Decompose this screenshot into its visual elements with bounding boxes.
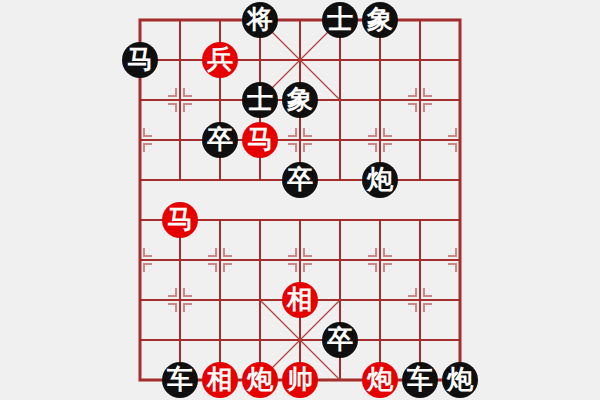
piece-red-horse[interactable]: 马: [242, 122, 278, 158]
piece-red-horse[interactable]: 马: [162, 202, 198, 238]
piece-black-advisor[interactable]: 士: [322, 2, 358, 38]
piece-black-soldier[interactable]: 卒: [322, 322, 358, 358]
piece-red-elephant[interactable]: 相: [282, 282, 318, 318]
piece-black-soldier[interactable]: 卒: [282, 162, 318, 198]
piece-red-elephant[interactable]: 相: [202, 362, 238, 398]
piece-black-cannon[interactable]: 炮: [362, 162, 398, 198]
piece-black-chariot[interactable]: 车: [402, 362, 438, 398]
piece-black-cannon[interactable]: 炮: [442, 362, 478, 398]
piece-black-soldier[interactable]: 卒: [202, 122, 238, 158]
piece-black-horse[interactable]: 马: [122, 42, 158, 78]
piece-red-cannon[interactable]: 炮: [242, 362, 278, 398]
xiangqi-board: 将士象马兵士象卒马卒炮马相卒车相炮帅炮车炮: [0, 0, 600, 400]
piece-red-soldier[interactable]: 兵: [202, 42, 238, 78]
piece-red-general[interactable]: 帅: [282, 362, 318, 398]
piece-black-advisor[interactable]: 士: [242, 82, 278, 118]
piece-black-chariot[interactable]: 车: [162, 362, 198, 398]
piece-red-cannon[interactable]: 炮: [362, 362, 398, 398]
piece-black-elephant[interactable]: 象: [362, 2, 398, 38]
piece-black-general[interactable]: 将: [242, 2, 278, 38]
piece-black-elephant[interactable]: 象: [282, 82, 318, 118]
pieces-layer: 将士象马兵士象卒马卒炮马相卒车相炮帅炮车炮: [120, 0, 480, 400]
